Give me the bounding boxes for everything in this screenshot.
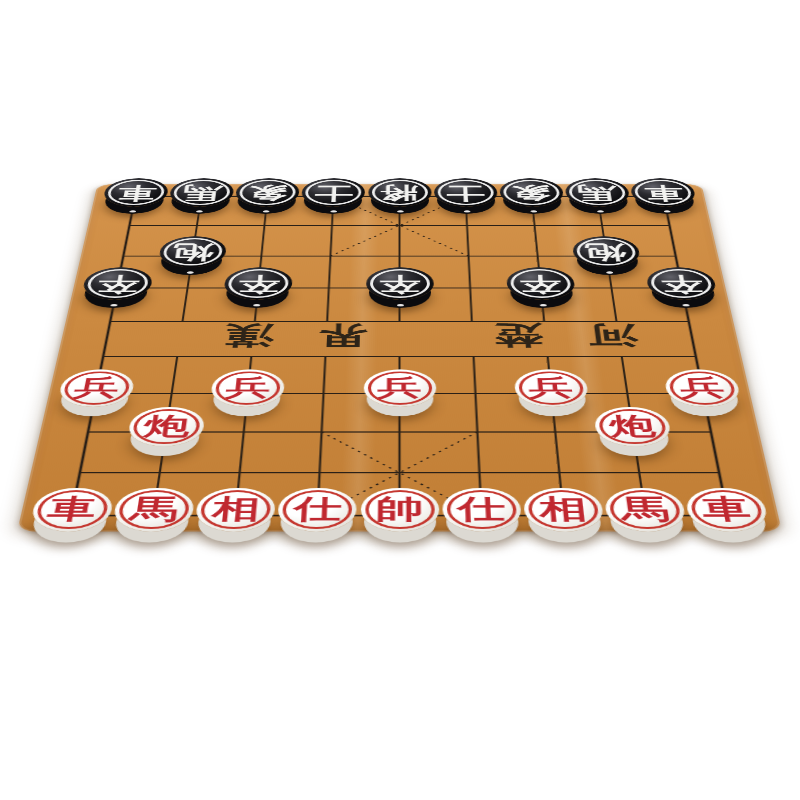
black-soldier-glyph: 卒 — [379, 273, 421, 294]
river-inscription-left: 界漢 — [178, 318, 369, 351]
red-cannon-glyph: 炮 — [608, 414, 657, 439]
black-cannon-glyph: 炮 — [171, 242, 214, 262]
red-advisor-glyph: 仕 — [293, 495, 342, 523]
board-grid — [17, 184, 782, 531]
black-cannon-glyph: 炮 — [584, 242, 627, 262]
black-soldier-glyph: 卒 — [519, 273, 562, 294]
red-soldier-glyph: 兵 — [678, 376, 727, 400]
red-advisor-glyph: 仕 — [457, 495, 506, 523]
black-soldier-glyph: 卒 — [95, 273, 141, 294]
red-horse-glyph: 馬 — [128, 495, 180, 523]
red-soldier-glyph: 兵 — [528, 376, 575, 400]
black-general-glyph: 將 — [380, 183, 419, 201]
black-advisor-glyph: 士 — [314, 183, 354, 201]
black-soldier-glyph: 卒 — [237, 273, 280, 294]
red-cannon-glyph: 炮 — [142, 414, 191, 439]
red-chariot-glyph: 車 — [45, 495, 99, 523]
black-chariot-glyph: 車 — [642, 183, 684, 201]
xiangqi-board: 界漢 河楚 車馬象士將士象馬車炮炮卒卒卒卒卒兵兵兵兵兵炮炮車馬相仕帥仕相馬車 — [17, 184, 782, 531]
black-advisor-glyph: 士 — [446, 183, 486, 201]
piece-black-soldier[interactable]: 卒 — [365, 267, 433, 299]
red-chariot-glyph: 車 — [700, 495, 754, 523]
piece-red-soldier[interactable]: 兵 — [363, 369, 436, 406]
piece-red-advisor[interactable]: 仕 — [442, 488, 522, 532]
black-horse-glyph: 馬 — [181, 183, 222, 201]
red-general-glyph: 帥 — [375, 495, 423, 523]
black-horse-glyph: 馬 — [576, 183, 617, 201]
river-inscription-right: 河楚 — [449, 318, 640, 351]
red-soldier-glyph: 兵 — [72, 376, 121, 400]
black-elephant-glyph: 象 — [511, 183, 552, 201]
red-horse-glyph: 馬 — [619, 495, 671, 523]
piece-black-advisor[interactable]: 士 — [433, 178, 497, 206]
piece-black-general[interactable]: 將 — [368, 178, 432, 206]
red-soldier-glyph: 兵 — [377, 376, 422, 400]
red-soldier-glyph: 兵 — [225, 376, 272, 400]
scene: 界漢 河楚 車馬象士將士象馬車炮炮卒卒卒卒卒兵兵兵兵兵炮炮車馬相仕帥仕相馬車 — [0, 0, 800, 800]
piece-red-general[interactable]: 帥 — [360, 488, 439, 532]
red-elephant-glyph: 相 — [210, 495, 261, 523]
black-elephant-glyph: 象 — [247, 183, 288, 201]
black-soldier-glyph: 卒 — [659, 273, 705, 294]
red-elephant-glyph: 相 — [538, 495, 589, 523]
black-chariot-glyph: 車 — [115, 183, 157, 201]
